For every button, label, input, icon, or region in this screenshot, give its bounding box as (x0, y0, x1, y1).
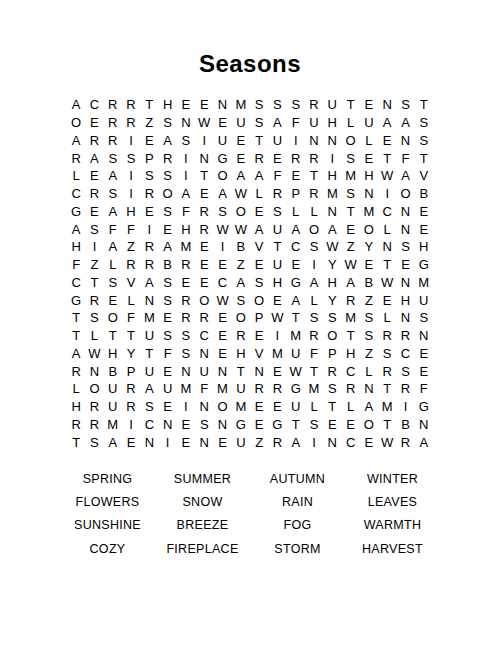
grid-cell[interactable]: R (122, 398, 140, 416)
grid-cell[interactable]: W (232, 185, 250, 203)
grid-cell[interactable]: G (268, 416, 286, 434)
grid-cell[interactable]: R (305, 149, 323, 167)
grid-cell[interactable]: H (158, 96, 176, 114)
grid-cell[interactable]: E (195, 238, 213, 256)
grid-cell[interactable]: A (104, 203, 122, 221)
grid-cell[interactable]: E (213, 433, 231, 451)
grid-cell[interactable]: A (140, 274, 158, 292)
grid-cell[interactable]: S (158, 167, 176, 185)
grid-cell[interactable]: P (140, 149, 158, 167)
grid-cell[interactable]: A (67, 132, 85, 150)
grid-cell[interactable]: S (140, 167, 158, 185)
grid-cell[interactable]: E (415, 203, 433, 221)
grid-cell[interactable]: O (85, 380, 103, 398)
grid-cell[interactable]: E (213, 256, 231, 274)
grid-cell[interactable]: R (177, 256, 195, 274)
grid-cell[interactable]: U (360, 114, 378, 132)
grid-cell[interactable]: H (122, 203, 140, 221)
grid-cell[interactable]: E (250, 416, 268, 434)
grid-cell[interactable]: F (67, 256, 85, 274)
grid-cell[interactable]: O (232, 203, 250, 221)
grid-cell[interactable]: F (305, 345, 323, 363)
grid-cell[interactable]: T (341, 327, 359, 345)
grid-cell[interactable]: F (268, 167, 286, 185)
grid-cell[interactable]: R (268, 380, 286, 398)
grid-cell[interactable]: E (250, 327, 268, 345)
grid-cell[interactable]: E (323, 416, 341, 434)
grid-cell[interactable]: T (140, 96, 158, 114)
grid-cell[interactable]: E (250, 203, 268, 221)
grid-cell[interactable]: T (67, 433, 85, 451)
grid-cell[interactable]: N (213, 416, 231, 434)
grid-cell[interactable]: R (305, 185, 323, 203)
grid-cell[interactable]: R (396, 433, 414, 451)
grid-cell[interactable]: E (268, 362, 286, 380)
grid-cell[interactable]: T (67, 309, 85, 327)
grid-cell[interactable]: S (104, 274, 122, 292)
grid-cell[interactable]: R (341, 380, 359, 398)
grid-cell[interactable]: I (213, 238, 231, 256)
grid-cell[interactable]: S (396, 96, 414, 114)
grid-cell[interactable]: H (67, 398, 85, 416)
grid-cell[interactable]: B (158, 256, 176, 274)
grid-cell[interactable]: T (104, 327, 122, 345)
grid-cell[interactable]: E (232, 132, 250, 150)
grid-cell[interactable]: I (305, 256, 323, 274)
grid-cell[interactable]: A (396, 167, 414, 185)
grid-cell[interactable]: R (177, 309, 195, 327)
grid-cell[interactable]: H (232, 345, 250, 363)
grid-cell[interactable]: T (305, 167, 323, 185)
grid-cell[interactable]: E (158, 398, 176, 416)
grid-cell[interactable]: Y (360, 238, 378, 256)
grid-cell[interactable]: O (360, 220, 378, 238)
grid-cell[interactable]: R (140, 238, 158, 256)
grid-cell[interactable]: N (360, 380, 378, 398)
grid-cell[interactable]: E (213, 309, 231, 327)
grid-cell[interactable]: C (287, 238, 305, 256)
grid-cell[interactable]: G (67, 291, 85, 309)
grid-cell[interactable]: A (140, 380, 158, 398)
grid-cell[interactable]: I (122, 185, 140, 203)
grid-cell[interactable]: E (341, 416, 359, 434)
grid-cell[interactable]: A (158, 132, 176, 150)
grid-cell[interactable]: A (360, 398, 378, 416)
grid-cell[interactable]: A (177, 185, 195, 203)
grid-cell[interactable]: R (85, 416, 103, 434)
grid-cell[interactable]: L (122, 291, 140, 309)
grid-cell[interactable]: T (378, 416, 396, 434)
grid-cell[interactable]: E (177, 96, 195, 114)
grid-cell[interactable]: E (250, 256, 268, 274)
grid-cell[interactable]: E (250, 398, 268, 416)
grid-cell[interactable]: A (396, 114, 414, 132)
grid-cell[interactable]: I (177, 167, 195, 185)
grid-cell[interactable]: W (195, 114, 213, 132)
grid-cell[interactable]: M (213, 380, 231, 398)
grid-cell[interactable]: Z (122, 238, 140, 256)
grid-cell[interactable]: V (415, 167, 433, 185)
grid-cell[interactable]: U (232, 114, 250, 132)
grid-cell[interactable]: U (287, 345, 305, 363)
grid-cell[interactable]: S (415, 114, 433, 132)
grid-cell[interactable]: M (305, 380, 323, 398)
grid-cell[interactable]: O (341, 132, 359, 150)
grid-cell[interactable]: S (158, 114, 176, 132)
grid-cell[interactable]: U (268, 256, 286, 274)
grid-cell[interactable]: W (378, 274, 396, 292)
grid-cell[interactable]: E (415, 220, 433, 238)
grid-cell[interactable]: L (378, 309, 396, 327)
grid-cell[interactable]: U (268, 220, 286, 238)
grid-cell[interactable]: E (378, 291, 396, 309)
grid-cell[interactable]: S (177, 345, 195, 363)
grid-cell[interactable]: R (122, 256, 140, 274)
grid-cell[interactable]: E (268, 149, 286, 167)
grid-cell[interactable]: T (378, 380, 396, 398)
grid-cell[interactable]: E (158, 309, 176, 327)
grid-cell[interactable]: Z (360, 345, 378, 363)
grid-cell[interactable]: R (341, 291, 359, 309)
grid-cell[interactable]: R (158, 149, 176, 167)
grid-cell[interactable]: T (287, 416, 305, 434)
grid-cell[interactable]: L (378, 220, 396, 238)
grid-cell[interactable]: A (104, 167, 122, 185)
grid-cell[interactable]: F (122, 309, 140, 327)
grid-cell[interactable]: R (140, 185, 158, 203)
grid-cell[interactable]: O (232, 309, 250, 327)
grid-cell[interactable]: U (104, 380, 122, 398)
grid-cell[interactable]: G (213, 149, 231, 167)
grid-cell[interactable]: N (360, 185, 378, 203)
grid-cell[interactable]: A (341, 274, 359, 292)
grid-cell[interactable]: L (67, 380, 85, 398)
grid-cell[interactable]: I (140, 220, 158, 238)
grid-cell[interactable]: E (158, 220, 176, 238)
grid-cell[interactable]: C (85, 96, 103, 114)
grid-cell[interactable]: R (268, 433, 286, 451)
grid-cell[interactable]: E (177, 433, 195, 451)
grid-cell[interactable]: T (341, 203, 359, 221)
grid-cell[interactable]: V (250, 345, 268, 363)
grid-cell[interactable]: R (287, 149, 305, 167)
grid-cell[interactable]: U (195, 362, 213, 380)
grid-cell[interactable]: Y (323, 256, 341, 274)
grid-cell[interactable]: I (122, 132, 140, 150)
grid-cell[interactable]: T (323, 398, 341, 416)
grid-cell[interactable]: H (360, 167, 378, 185)
grid-cell[interactable]: U (140, 362, 158, 380)
grid-cell[interactable]: Z (341, 238, 359, 256)
grid-cell[interactable]: U (305, 114, 323, 132)
grid-cell[interactable]: N (305, 132, 323, 150)
grid-cell[interactable]: S (305, 309, 323, 327)
grid-cell[interactable]: M (140, 309, 158, 327)
grid-cell[interactable]: W (268, 309, 286, 327)
grid-cell[interactable]: S (415, 132, 433, 150)
grid-cell[interactable]: U (158, 380, 176, 398)
grid-cell[interactable]: O (213, 167, 231, 185)
grid-cell[interactable]: A (232, 274, 250, 292)
grid-cell[interactable]: P (250, 309, 268, 327)
grid-cell[interactable]: M (341, 167, 359, 185)
grid-cell[interactable]: E (360, 96, 378, 114)
grid-cell[interactable]: Z (85, 256, 103, 274)
grid-cell[interactable]: A (67, 345, 85, 363)
grid-cell[interactable]: S (85, 309, 103, 327)
grid-cell[interactable]: U (232, 433, 250, 451)
grid-cell[interactable]: E (415, 345, 433, 363)
grid-cell[interactable]: R (396, 380, 414, 398)
grid-cell[interactable]: N (323, 132, 341, 150)
grid-cell[interactable]: M (415, 274, 433, 292)
grid-cell[interactable]: S (305, 416, 323, 434)
grid-cell[interactable]: R (67, 362, 85, 380)
grid-cell[interactable]: S (396, 238, 414, 256)
grid-cell[interactable]: R (122, 380, 140, 398)
grid-cell[interactable]: F (177, 203, 195, 221)
grid-cell[interactable]: S (268, 96, 286, 114)
grid-cell[interactable]: I (122, 416, 140, 434)
grid-cell[interactable]: P (287, 185, 305, 203)
grid-cell[interactable]: M (177, 238, 195, 256)
grid-cell[interactable]: N (213, 96, 231, 114)
grid-cell[interactable]: E (232, 149, 250, 167)
grid-cell[interactable]: H (323, 167, 341, 185)
grid-cell[interactable]: S (287, 96, 305, 114)
grid-cell[interactable]: T (415, 149, 433, 167)
grid-cell[interactable]: A (213, 185, 231, 203)
grid-cell[interactable]: E (213, 345, 231, 363)
grid-cell[interactable]: Z (250, 433, 268, 451)
grid-cell[interactable]: S (360, 309, 378, 327)
grid-cell[interactable]: R (305, 96, 323, 114)
grid-cell[interactable]: V (250, 238, 268, 256)
grid-cell[interactable]: I (85, 238, 103, 256)
grid-cell[interactable]: W (232, 220, 250, 238)
grid-cell[interactable]: E (158, 362, 176, 380)
grid-cell[interactable]: Y (323, 291, 341, 309)
grid-cell[interactable]: S (158, 327, 176, 345)
grid-cell[interactable]: I (177, 149, 195, 167)
grid-cell[interactable]: N (195, 398, 213, 416)
grid-cell[interactable]: A (85, 149, 103, 167)
grid-cell[interactable]: P (122, 362, 140, 380)
grid-cell[interactable]: A (305, 274, 323, 292)
grid-cell[interactable]: O (396, 185, 414, 203)
grid-cell[interactable]: S (177, 132, 195, 150)
grid-cell[interactable]: C (378, 203, 396, 221)
grid-cell[interactable]: F (287, 114, 305, 132)
grid-cell[interactable]: H (341, 345, 359, 363)
grid-cell[interactable]: R (85, 185, 103, 203)
grid-cell[interactable]: S (378, 345, 396, 363)
grid-cell[interactable]: B (415, 185, 433, 203)
grid-cell[interactable]: N (378, 238, 396, 256)
grid-cell[interactable]: L (341, 398, 359, 416)
grid-cell[interactable]: I (323, 149, 341, 167)
grid-cell[interactable]: I (305, 433, 323, 451)
grid-cell[interactable]: O (195, 291, 213, 309)
grid-cell[interactable]: T (232, 362, 250, 380)
grid-cell[interactable]: S (305, 238, 323, 256)
grid-cell[interactable]: F (104, 220, 122, 238)
grid-cell[interactable]: O (305, 220, 323, 238)
grid-cell[interactable]: A (104, 238, 122, 256)
grid-cell[interactable]: G (287, 380, 305, 398)
grid-cell[interactable]: S (85, 220, 103, 238)
grid-cell[interactable]: S (85, 433, 103, 451)
grid-cell[interactable]: E (360, 149, 378, 167)
grid-cell[interactable]: Z (232, 256, 250, 274)
grid-cell[interactable]: E (378, 132, 396, 150)
grid-cell[interactable]: F (415, 380, 433, 398)
grid-cell[interactable]: S (158, 203, 176, 221)
grid-cell[interactable]: C (341, 433, 359, 451)
grid-cell[interactable]: C (396, 345, 414, 363)
grid-cell[interactable]: L (305, 398, 323, 416)
grid-cell[interactable]: O (323, 327, 341, 345)
grid-cell[interactable]: M (287, 327, 305, 345)
grid-cell[interactable]: O (67, 114, 85, 132)
grid-cell[interactable]: E (268, 291, 286, 309)
grid-cell[interactable]: E (195, 256, 213, 274)
grid-cell[interactable]: U (415, 291, 433, 309)
grid-cell[interactable]: T (287, 309, 305, 327)
grid-cell[interactable]: M (378, 398, 396, 416)
grid-cell[interactable]: N (195, 149, 213, 167)
grid-cell[interactable]: N (415, 416, 433, 434)
grid-cell[interactable]: R (195, 203, 213, 221)
grid-cell[interactable]: O (213, 398, 231, 416)
grid-cell[interactable]: F (158, 345, 176, 363)
grid-cell[interactable]: E (287, 256, 305, 274)
grid-cell[interactable]: S (415, 309, 433, 327)
grid-cell[interactable]: A (67, 220, 85, 238)
grid-cell[interactable]: C (341, 362, 359, 380)
grid-cell[interactable]: N (195, 345, 213, 363)
grid-cell[interactable]: N (177, 114, 195, 132)
grid-cell[interactable]: R (67, 416, 85, 434)
grid-cell[interactable]: S (250, 114, 268, 132)
grid-cell[interactable]: N (177, 362, 195, 380)
grid-cell[interactable]: M (232, 398, 250, 416)
grid-cell[interactable]: R (104, 114, 122, 132)
grid-cell[interactable]: S (122, 149, 140, 167)
grid-cell[interactable]: N (396, 132, 414, 150)
grid-cell[interactable]: L (305, 203, 323, 221)
grid-cell[interactable]: R (250, 380, 268, 398)
grid-cell[interactable]: U (323, 96, 341, 114)
grid-cell[interactable]: S (104, 149, 122, 167)
grid-cell[interactable]: R (378, 327, 396, 345)
grid-cell[interactable]: R (104, 96, 122, 114)
grid-cell[interactable]: O (360, 416, 378, 434)
grid-cell[interactable]: H (396, 291, 414, 309)
grid-cell[interactable]: A (232, 167, 250, 185)
grid-cell[interactable]: E (85, 114, 103, 132)
grid-cell[interactable]: N (213, 362, 231, 380)
grid-cell[interactable]: W (323, 238, 341, 256)
grid-cell[interactable]: U (287, 398, 305, 416)
grid-cell[interactable]: W (341, 256, 359, 274)
grid-cell[interactable]: S (341, 185, 359, 203)
grid-cell[interactable]: E (195, 185, 213, 203)
grid-cell[interactable]: L (85, 327, 103, 345)
grid-cell[interactable]: L (360, 132, 378, 150)
grid-cell[interactable]: R (122, 114, 140, 132)
grid-cell[interactable]: S (323, 380, 341, 398)
grid-cell[interactable]: E (213, 114, 231, 132)
grid-cell[interactable]: U (213, 132, 231, 150)
grid-cell[interactable]: E (268, 398, 286, 416)
grid-cell[interactable]: U (268, 132, 286, 150)
grid-cell[interactable]: C (213, 274, 231, 292)
grid-cell[interactable]: W (85, 345, 103, 363)
grid-cell[interactable]: W (213, 291, 231, 309)
grid-cell[interactable]: F (122, 220, 140, 238)
grid-cell[interactable]: R (268, 185, 286, 203)
grid-cell[interactable]: N (140, 291, 158, 309)
grid-cell[interactable]: Z (140, 114, 158, 132)
grid-cell[interactable]: L (360, 362, 378, 380)
grid-cell[interactable]: T (415, 96, 433, 114)
grid-cell[interactable]: T (341, 96, 359, 114)
grid-cell[interactable]: R (85, 398, 103, 416)
grid-cell[interactable]: A (378, 114, 396, 132)
grid-cell[interactable]: T (67, 327, 85, 345)
grid-cell[interactable]: O (250, 291, 268, 309)
grid-cell[interactable]: B (104, 362, 122, 380)
grid-cell[interactable]: N (396, 220, 414, 238)
grid-cell[interactable]: G (415, 256, 433, 274)
grid-cell[interactable]: N (250, 362, 268, 380)
grid-cell[interactable]: E (140, 203, 158, 221)
grid-cell[interactable]: M (360, 203, 378, 221)
grid-cell[interactable]: R (232, 327, 250, 345)
grid-cell[interactable]: S (323, 309, 341, 327)
grid-cell[interactable]: G (415, 398, 433, 416)
grid-cell[interactable]: O (158, 185, 176, 203)
grid-cell[interactable]: E (177, 416, 195, 434)
grid-cell[interactable]: A (287, 220, 305, 238)
grid-cell[interactable]: R (195, 309, 213, 327)
grid-cell[interactable]: C (67, 185, 85, 203)
grid-cell[interactable]: C (67, 274, 85, 292)
grid-cell[interactable]: M (177, 380, 195, 398)
grid-cell[interactable]: E (360, 433, 378, 451)
grid-cell[interactable]: I (287, 132, 305, 150)
grid-cell[interactable]: W (378, 433, 396, 451)
grid-cell[interactable]: H (177, 220, 195, 238)
grid-cell[interactable]: N (195, 433, 213, 451)
grid-cell[interactable]: N (85, 362, 103, 380)
grid-cell[interactable]: W (378, 167, 396, 185)
grid-cell[interactable]: S (396, 362, 414, 380)
grid-cell[interactable]: E (177, 274, 195, 292)
grid-cell[interactable]: H (67, 238, 85, 256)
grid-cell[interactable]: C (140, 416, 158, 434)
grid-cell[interactable]: R (177, 291, 195, 309)
grid-cell[interactable]: R (67, 149, 85, 167)
grid-cell[interactable]: A (323, 220, 341, 238)
grid-cell[interactable]: N (323, 433, 341, 451)
grid-cell[interactable]: A (415, 433, 433, 451)
grid-cell[interactable]: I (122, 167, 140, 185)
grid-cell[interactable]: H (323, 274, 341, 292)
grid-cell[interactable]: S (158, 274, 176, 292)
grid-cell[interactable]: Y (122, 345, 140, 363)
